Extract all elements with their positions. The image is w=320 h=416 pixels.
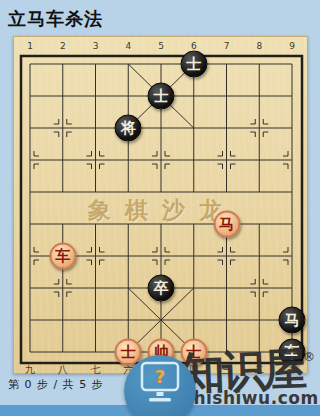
help-question-glyph: ? <box>142 363 178 390</box>
page: 立马车杀法 123456789 九八七六五四三二一 象棋沙龙 士士将马车卒马士帅… <box>0 0 320 416</box>
black-general-piece[interactable]: 将 <box>115 115 142 142</box>
black-horse-piece[interactable]: 马 <box>279 307 306 334</box>
red-horse-piece[interactable]: 马 <box>213 211 240 238</box>
black-advisor-2-piece[interactable]: 士 <box>148 83 175 110</box>
page-title: 立马车杀法 <box>8 7 103 31</box>
black-advisor-1-piece[interactable]: 士 <box>180 51 207 78</box>
registered-mark: ® <box>303 350 315 364</box>
step-counter: 第 0 步 / 共 5 步 <box>8 377 104 392</box>
black-soldier-piece[interactable]: 卒 <box>148 275 175 302</box>
xiangqi-board[interactable]: 123456789 九八七六五四三二一 象棋沙龙 士士将马车卒马士帅士车 <box>13 36 308 374</box>
red-chariot-piece[interactable]: 车 <box>49 243 76 270</box>
help-button[interactable]: ? <box>124 355 196 416</box>
pieces-layer: 士士将马车卒马士帅士车 <box>14 37 309 375</box>
